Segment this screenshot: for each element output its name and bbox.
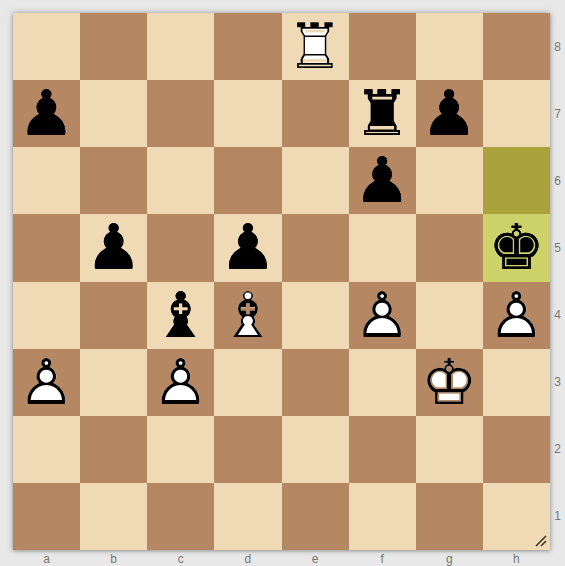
piece-glyph-outline: ♙ (349, 147, 416, 214)
square-a1[interactable] (13, 483, 80, 550)
file-label-b: b (80, 551, 147, 566)
file-label-d: d (214, 551, 281, 566)
piece-glyph-outline: ♔ (416, 349, 483, 416)
piece-glyph-outline: ♙ (416, 80, 483, 147)
chess-board-panel: ♜♖♟♙♜♖♟♙♟♙♟♙♟♙♚♔♝♗♝♗♟♙♟♙♟♙♟♙♚♔ 87654321 … (0, 0, 565, 566)
square-c7[interactable] (147, 80, 214, 147)
square-a7[interactable]: ♟♙ (13, 80, 80, 147)
file-label-f: f (349, 551, 416, 566)
white-king[interactable]: ♚♔ (416, 349, 483, 416)
square-c6[interactable] (147, 147, 214, 214)
square-d4[interactable]: ♝♗ (214, 282, 281, 349)
piece-glyph-outline: ♖ (282, 13, 349, 80)
piece-glyph-outline: ♙ (13, 80, 80, 147)
square-c4[interactable]: ♝♗ (147, 282, 214, 349)
black-bishop[interactable]: ♝♗ (147, 282, 214, 349)
square-h4[interactable]: ♟♙ (483, 282, 550, 349)
square-h5[interactable]: ♚♔ (483, 214, 550, 281)
square-f5[interactable] (349, 214, 416, 281)
square-e4[interactable] (282, 282, 349, 349)
square-g5[interactable] (416, 214, 483, 281)
square-c1[interactable] (147, 483, 214, 550)
square-d3[interactable] (214, 349, 281, 416)
square-b2[interactable] (80, 416, 147, 483)
piece-glyph-outline: ♙ (214, 214, 281, 281)
square-c8[interactable] (147, 13, 214, 80)
file-label-c: c (147, 551, 214, 566)
piece-glyph-outline: ♔ (483, 214, 550, 281)
black-pawn[interactable]: ♟♙ (349, 147, 416, 214)
piece-glyph-outline: ♙ (483, 282, 550, 349)
square-g1[interactable] (416, 483, 483, 550)
file-coordinates: abcdefgh (13, 551, 550, 566)
square-f4[interactable]: ♟♙ (349, 282, 416, 349)
square-h8[interactable] (483, 13, 550, 80)
piece-glyph-outline: ♖ (349, 80, 416, 147)
rank-label-8: 8 (550, 13, 565, 80)
square-f8[interactable] (349, 13, 416, 80)
square-a6[interactable] (13, 147, 80, 214)
file-label-g: g (416, 551, 483, 566)
rank-label-1: 1 (550, 483, 565, 550)
square-d2[interactable] (214, 416, 281, 483)
piece-glyph-outline: ♗ (214, 282, 281, 349)
square-g2[interactable] (416, 416, 483, 483)
square-h2[interactable] (483, 416, 550, 483)
square-b7[interactable] (80, 80, 147, 147)
square-e2[interactable] (282, 416, 349, 483)
square-b8[interactable] (80, 13, 147, 80)
white-pawn[interactable]: ♟♙ (147, 349, 214, 416)
square-h7[interactable] (483, 80, 550, 147)
square-e1[interactable] (282, 483, 349, 550)
file-label-a: a (13, 551, 80, 566)
file-label-h: h (483, 551, 550, 566)
board-resize-handle-icon[interactable] (534, 534, 548, 548)
piece-glyph-outline: ♗ (147, 282, 214, 349)
black-king[interactable]: ♚♔ (483, 214, 550, 281)
rank-label-2: 2 (550, 416, 565, 483)
piece-glyph-outline: ♙ (80, 214, 147, 281)
rank-coordinates: 87654321 (550, 13, 565, 550)
square-c2[interactable] (147, 416, 214, 483)
square-e7[interactable] (282, 80, 349, 147)
square-f6[interactable]: ♟♙ (349, 147, 416, 214)
black-pawn[interactable]: ♟♙ (214, 214, 281, 281)
square-f1[interactable] (349, 483, 416, 550)
square-a3[interactable]: ♟♙ (13, 349, 80, 416)
chess-board: ♜♖♟♙♜♖♟♙♟♙♟♙♟♙♚♔♝♗♝♗♟♙♟♙♟♙♟♙♚♔ (13, 13, 550, 550)
square-e5[interactable] (282, 214, 349, 281)
square-a5[interactable] (13, 214, 80, 281)
square-d8[interactable] (214, 13, 281, 80)
square-b1[interactable] (80, 483, 147, 550)
square-a2[interactable] (13, 416, 80, 483)
square-g6[interactable] (416, 147, 483, 214)
square-f2[interactable] (349, 416, 416, 483)
square-d5[interactable]: ♟♙ (214, 214, 281, 281)
white-pawn[interactable]: ♟♙ (13, 349, 80, 416)
piece-glyph-outline: ♙ (147, 349, 214, 416)
piece-glyph-outline: ♙ (13, 349, 80, 416)
square-e3[interactable] (282, 349, 349, 416)
white-pawn[interactable]: ♟♙ (483, 282, 550, 349)
square-d1[interactable] (214, 483, 281, 550)
square-g4[interactable] (416, 282, 483, 349)
square-c3[interactable]: ♟♙ (147, 349, 214, 416)
white-pawn[interactable]: ♟♙ (349, 282, 416, 349)
square-d6[interactable] (214, 147, 281, 214)
black-pawn[interactable]: ♟♙ (13, 80, 80, 147)
black-rook[interactable]: ♜♖ (349, 80, 416, 147)
square-e8[interactable]: ♜♖ (282, 13, 349, 80)
square-e6[interactable] (282, 147, 349, 214)
square-g7[interactable]: ♟♙ (416, 80, 483, 147)
rank-label-6: 6 (550, 147, 565, 214)
rank-label-3: 3 (550, 349, 565, 416)
square-h3[interactable] (483, 349, 550, 416)
square-b6[interactable] (80, 147, 147, 214)
rank-label-5: 5 (550, 214, 565, 281)
square-a8[interactable] (13, 13, 80, 80)
square-g8[interactable] (416, 13, 483, 80)
square-g3[interactable]: ♚♔ (416, 349, 483, 416)
square-f7[interactable]: ♜♖ (349, 80, 416, 147)
black-pawn[interactable]: ♟♙ (80, 214, 147, 281)
square-c5[interactable] (147, 214, 214, 281)
square-h6[interactable] (483, 147, 550, 214)
square-b3[interactable] (80, 349, 147, 416)
square-a4[interactable] (13, 282, 80, 349)
square-f3[interactable] (349, 349, 416, 416)
white-bishop[interactable]: ♝♗ (214, 282, 281, 349)
rank-label-4: 4 (550, 282, 565, 349)
square-b5[interactable]: ♟♙ (80, 214, 147, 281)
black-pawn[interactable]: ♟♙ (416, 80, 483, 147)
square-b4[interactable] (80, 282, 147, 349)
piece-glyph-outline: ♙ (349, 282, 416, 349)
white-rook[interactable]: ♜♖ (282, 13, 349, 80)
file-label-e: e (282, 551, 349, 566)
rank-label-7: 7 (550, 80, 565, 147)
square-d7[interactable] (214, 80, 281, 147)
